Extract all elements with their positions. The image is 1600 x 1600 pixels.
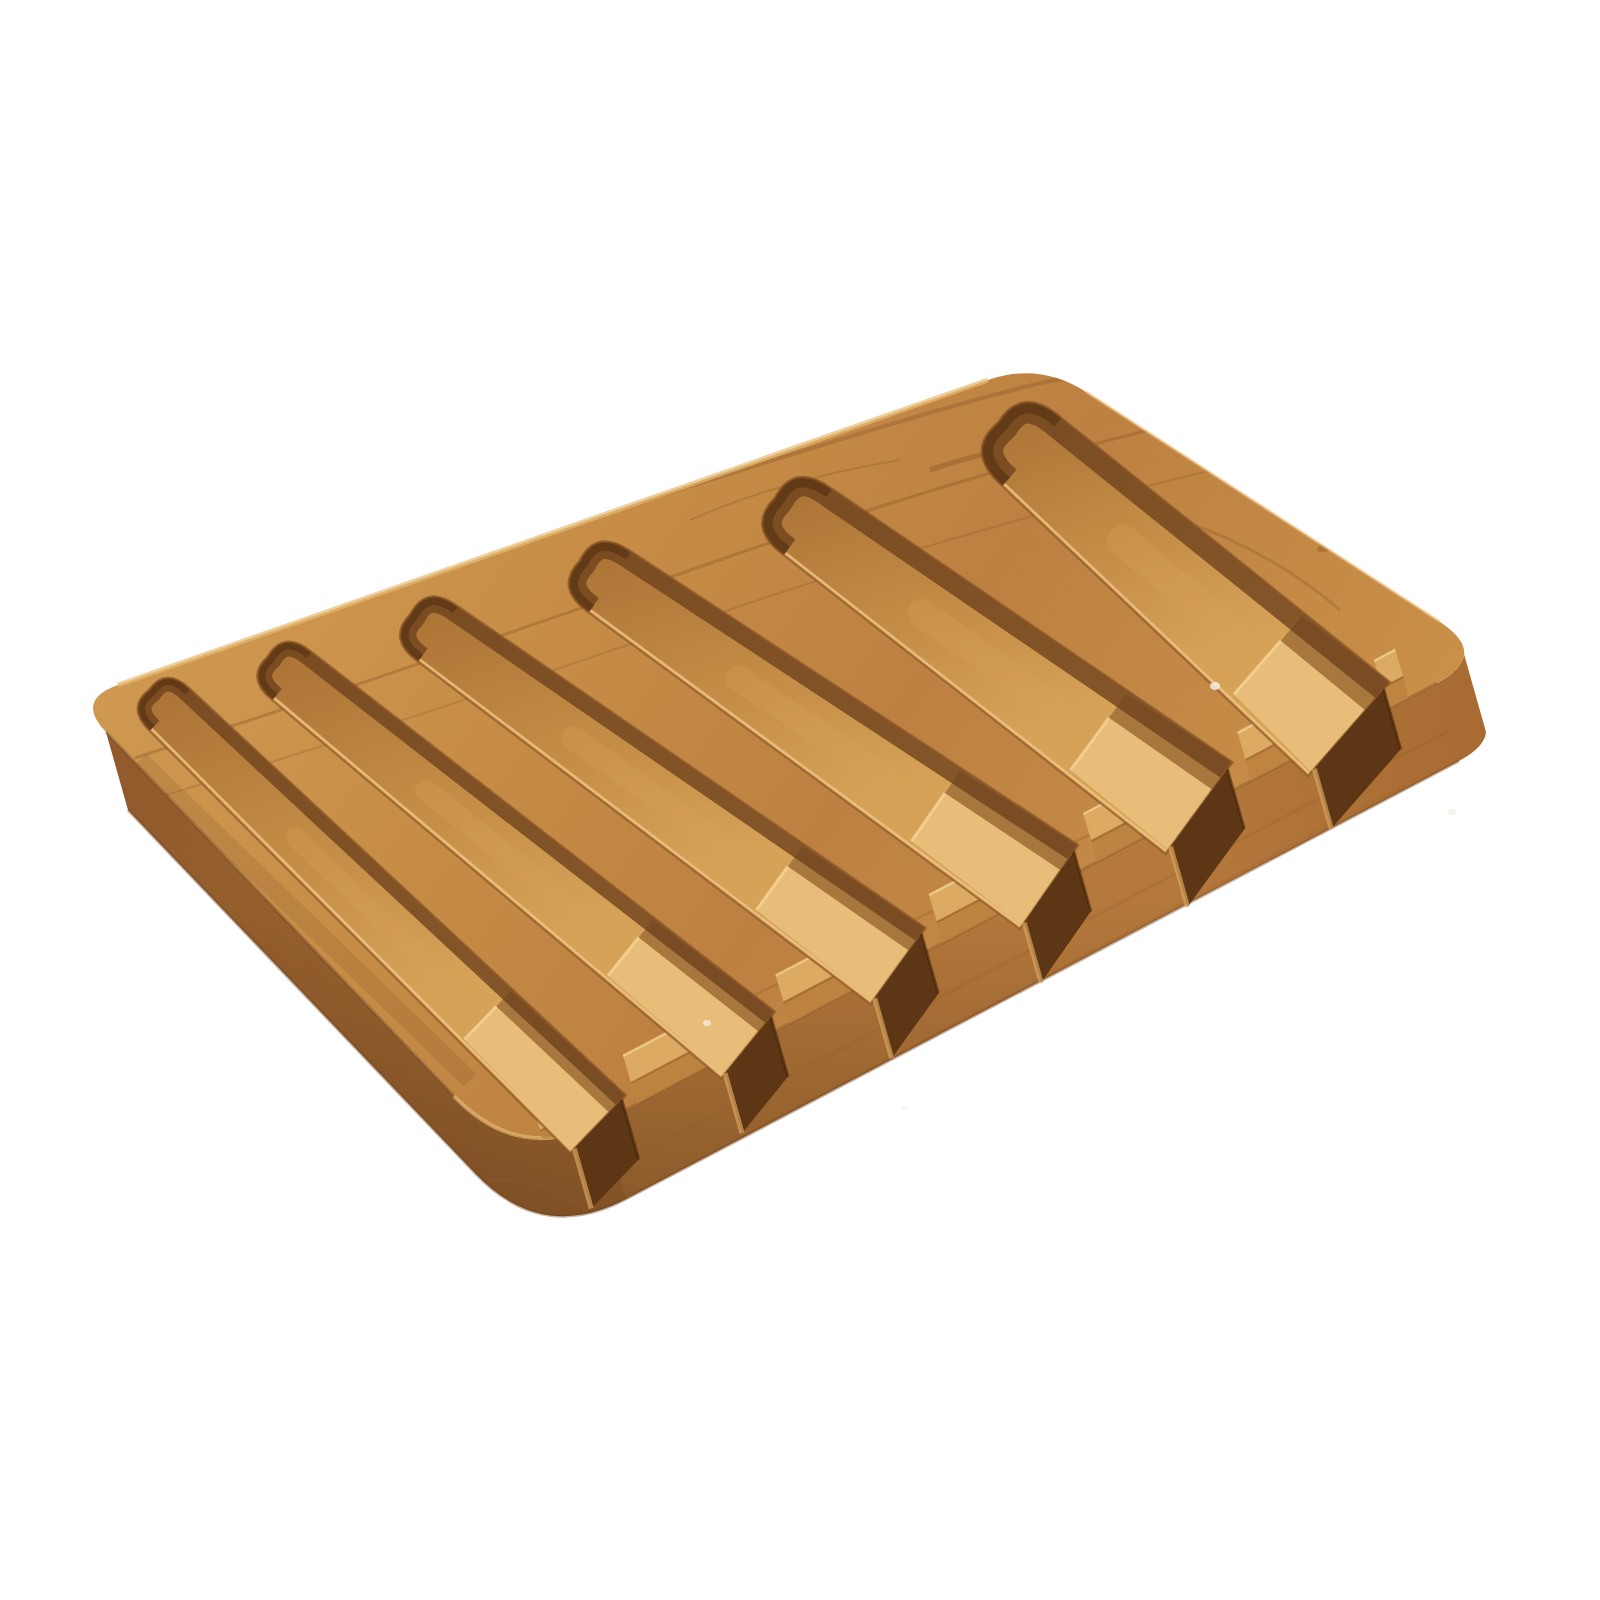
product-photo [0, 0, 1600, 1600]
soap-dish-illustration [0, 0, 1600, 1600]
photo-background [0, 0, 1600, 1600]
